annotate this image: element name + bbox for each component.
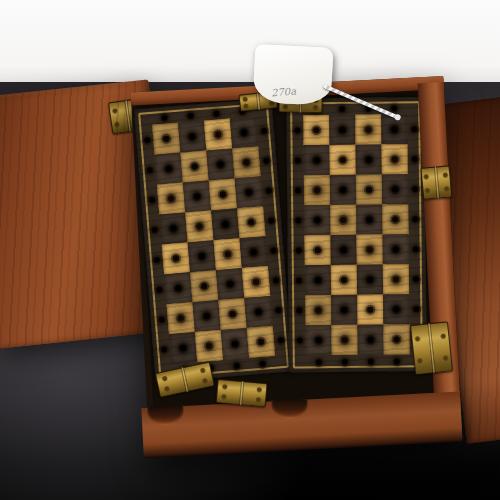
peg-hole xyxy=(341,306,348,313)
peg-hole xyxy=(340,216,347,223)
margin-peg-hole xyxy=(339,105,346,112)
square-c6[interactable] xyxy=(209,178,237,210)
peg-hole xyxy=(366,276,373,283)
square-c5[interactable] xyxy=(211,208,239,240)
peg-hole xyxy=(247,218,255,226)
peg-hole xyxy=(392,216,399,223)
peg-hole xyxy=(314,247,321,254)
square-e4[interactable] xyxy=(305,235,331,265)
square-g3[interactable] xyxy=(357,265,383,295)
square-b2[interactable] xyxy=(192,300,220,332)
margin-peg-hole xyxy=(411,216,418,223)
peg-hole xyxy=(391,156,398,163)
margin-peg-hole xyxy=(411,186,418,193)
square-e3[interactable] xyxy=(305,265,331,295)
square-a5[interactable] xyxy=(159,212,187,244)
square-a4[interactable] xyxy=(162,242,190,274)
margin-peg-hole xyxy=(294,217,301,224)
margin-peg-hole xyxy=(315,358,322,365)
peg-hole xyxy=(393,336,400,343)
auction-tag: 270a xyxy=(253,44,334,106)
peg-hole xyxy=(170,225,178,233)
peg-hole xyxy=(188,133,196,141)
peg-hole xyxy=(250,248,258,256)
margin-peg-hole xyxy=(294,157,301,164)
finger-notch-right xyxy=(272,400,308,419)
square-c1[interactable] xyxy=(221,328,249,360)
peg-hole xyxy=(191,163,199,171)
peg-hole xyxy=(177,314,185,322)
square-c4[interactable] xyxy=(214,238,242,270)
peg-hole xyxy=(172,255,180,263)
peg-hole xyxy=(314,217,321,224)
right-wall-lower-hinge xyxy=(410,321,453,375)
peg-hole xyxy=(200,282,208,290)
square-f6[interactable] xyxy=(330,175,356,205)
peg-hole xyxy=(243,159,251,167)
peg-hole xyxy=(193,193,201,201)
peg-hole xyxy=(313,157,320,164)
margin-peg-hole xyxy=(295,307,302,314)
peg-hole xyxy=(366,246,373,253)
square-c8[interactable] xyxy=(204,119,232,151)
peg-hole xyxy=(231,340,239,348)
square-d6[interactable] xyxy=(235,176,263,208)
margin-peg-hole xyxy=(294,187,301,194)
square-f7[interactable] xyxy=(330,145,356,175)
square-d3[interactable] xyxy=(242,266,270,298)
square-c3[interactable] xyxy=(216,268,244,300)
square-g6[interactable] xyxy=(356,175,382,205)
square-grid xyxy=(303,114,410,355)
square-h2[interactable] xyxy=(383,294,409,324)
peg-hole xyxy=(340,246,347,253)
peg-hole xyxy=(163,135,171,143)
square-e1[interactable] xyxy=(305,325,331,355)
peg-hole xyxy=(203,312,211,320)
peg-hole xyxy=(214,131,222,139)
square-h3[interactable] xyxy=(383,264,409,294)
peg-hole xyxy=(313,187,320,194)
board-well xyxy=(137,90,433,407)
peg-hole xyxy=(252,278,260,286)
square-b6[interactable] xyxy=(183,180,211,212)
peg-hole xyxy=(245,189,253,197)
chess-box xyxy=(131,76,463,454)
peg-hole xyxy=(367,336,374,343)
margin-peg-hole xyxy=(412,306,419,313)
board-leaf-right xyxy=(286,97,427,372)
peg-hole xyxy=(255,308,263,316)
square-e5[interactable] xyxy=(304,205,330,235)
square-h6[interactable] xyxy=(382,174,408,204)
peg-hole xyxy=(365,186,372,193)
square-h1[interactable] xyxy=(383,324,409,354)
margin-peg-hole xyxy=(341,358,348,365)
square-f3[interactable] xyxy=(331,265,357,295)
white-backdrop xyxy=(0,0,500,82)
peg-hole xyxy=(340,276,347,283)
square-e6[interactable] xyxy=(304,175,330,205)
square-h4[interactable] xyxy=(383,234,409,264)
square-c7[interactable] xyxy=(206,149,234,181)
square-e7[interactable] xyxy=(304,145,330,175)
square-d1[interactable] xyxy=(247,326,275,358)
square-f2[interactable] xyxy=(331,295,357,325)
peg-hole xyxy=(315,337,322,344)
margin-peg-hole xyxy=(293,127,300,134)
peg-hole xyxy=(240,129,248,137)
peg-hole xyxy=(391,186,398,193)
peg-hole xyxy=(341,336,348,343)
square-g5[interactable] xyxy=(356,205,382,235)
square-g2[interactable] xyxy=(357,295,383,325)
square-f8[interactable] xyxy=(329,115,355,145)
peg-hole xyxy=(165,165,173,173)
square-b7[interactable] xyxy=(180,151,208,183)
square-b8[interactable] xyxy=(178,121,206,153)
peg-hole xyxy=(365,126,372,133)
square-h7[interactable] xyxy=(382,144,408,174)
square-d2[interactable] xyxy=(244,296,272,328)
margin-peg-hole xyxy=(391,104,398,111)
square-d7[interactable] xyxy=(232,146,260,178)
margin-peg-hole xyxy=(410,126,417,133)
peg-hole xyxy=(179,344,187,352)
square-a7[interactable] xyxy=(155,153,183,185)
peg-hole xyxy=(229,310,237,318)
peg-hole xyxy=(226,280,234,288)
square-grid xyxy=(152,117,275,365)
square-d4[interactable] xyxy=(240,236,268,268)
right-wall-upper-hinge xyxy=(421,165,453,199)
peg-hole xyxy=(313,127,320,134)
square-b3[interactable] xyxy=(190,270,218,302)
margin-peg-hole xyxy=(412,276,419,283)
peg-hole xyxy=(366,216,373,223)
peg-hole xyxy=(339,156,346,163)
square-h5[interactable] xyxy=(382,204,408,234)
peg-hole xyxy=(339,186,346,193)
margin-peg-hole xyxy=(295,247,302,254)
peg-hole xyxy=(314,277,321,284)
peg-hole xyxy=(315,307,322,314)
peg-hole xyxy=(391,126,398,133)
tag-handwriting: 270a xyxy=(271,85,297,98)
square-d5[interactable] xyxy=(237,206,265,238)
square-b4[interactable] xyxy=(188,240,216,272)
square-f4[interactable] xyxy=(331,235,357,265)
peg-hole xyxy=(196,223,204,231)
peg-hole xyxy=(205,342,213,350)
square-a1[interactable] xyxy=(169,332,197,364)
peg-hole xyxy=(257,338,265,346)
bottom-fold-hinge-right xyxy=(216,379,268,407)
margin-peg-hole xyxy=(367,358,374,365)
peg-hole xyxy=(167,195,175,203)
margin-peg-hole xyxy=(295,277,302,284)
square-b5[interactable] xyxy=(185,210,213,242)
square-e8[interactable] xyxy=(303,115,329,145)
margin-peg-hole xyxy=(412,246,419,253)
square-e2[interactable] xyxy=(305,295,331,325)
peg-hole xyxy=(367,306,374,313)
peg-hole xyxy=(217,161,225,169)
board-leaf-left xyxy=(134,98,294,382)
square-g1[interactable] xyxy=(357,325,383,355)
square-g7[interactable] xyxy=(356,145,382,175)
peg-hole xyxy=(392,276,399,283)
peg-hole xyxy=(224,250,232,258)
peg-hole xyxy=(222,221,230,229)
peg-hole xyxy=(392,246,399,253)
photo-scene: 270a xyxy=(0,0,500,500)
peg-hole xyxy=(219,191,227,199)
square-f1[interactable] xyxy=(331,325,357,355)
peg-hole xyxy=(175,285,183,293)
square-c2[interactable] xyxy=(218,298,246,330)
square-g4[interactable] xyxy=(357,235,383,265)
square-a3[interactable] xyxy=(164,272,192,304)
square-f5[interactable] xyxy=(330,205,356,235)
peg-hole xyxy=(198,253,206,261)
peg-hole xyxy=(393,306,400,313)
margin-peg-hole xyxy=(393,357,400,364)
margin-peg-hole xyxy=(411,156,418,163)
square-a8[interactable] xyxy=(152,123,180,155)
peg-hole xyxy=(365,156,372,163)
square-d8[interactable] xyxy=(230,117,258,149)
peg-hole xyxy=(339,126,346,133)
square-a6[interactable] xyxy=(157,183,185,215)
finger-notch-left xyxy=(147,405,184,426)
square-b1[interactable] xyxy=(195,330,223,362)
margin-peg-hole xyxy=(296,337,303,344)
square-g8[interactable] xyxy=(355,115,381,145)
square-a2[interactable] xyxy=(167,302,195,334)
